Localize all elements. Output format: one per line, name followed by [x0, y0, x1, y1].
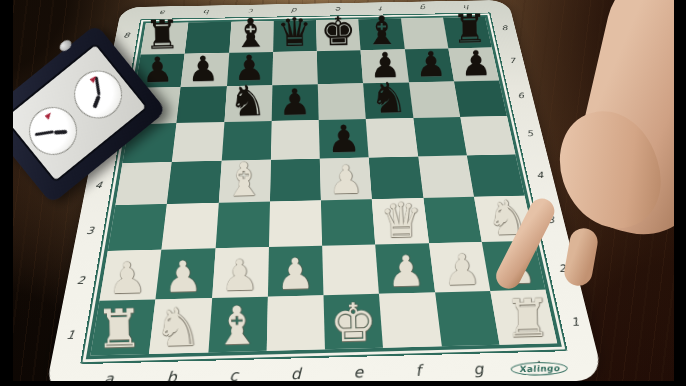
square-c8: ♝ [229, 21, 274, 53]
square-c6: ♞ [224, 85, 272, 122]
square-h8: ♜ [443, 17, 492, 49]
piece-white-knight: ♞ [154, 302, 202, 353]
piece-black-pawn: ♟ [187, 53, 219, 87]
square-f1 [379, 292, 441, 347]
square-c7: ♟ [227, 52, 273, 86]
rank-label-4: 4 [94, 180, 103, 190]
file-label-f: f [379, 5, 383, 12]
video-frame: abcdefgh 12345678 ♜♝♛♚♝♜♟♟♟♟♟♟♞♟♞♟♝♟♛♞♟♟… [0, 0, 686, 386]
square-b7: ♟ [181, 53, 229, 87]
piece-black-pawn: ♟ [278, 85, 311, 120]
piece-black-bishop: ♝ [232, 14, 268, 52]
file-label-d: d [292, 6, 298, 13]
clock-flag-icon [45, 111, 54, 120]
piece-white-pawn: ♟ [328, 162, 364, 200]
square-b1: ♞ [149, 298, 212, 354]
square-g3 [423, 197, 482, 243]
square-a2: ♟ [99, 250, 161, 301]
square-a3 [108, 204, 167, 251]
square-e3 [321, 199, 376, 246]
square-g6 [409, 81, 460, 118]
rank-label-2: 2 [76, 274, 86, 286]
square-b2: ♟ [156, 248, 216, 299]
clock-dial-left [19, 97, 87, 165]
square-b8 [185, 22, 231, 54]
square-g7: ♟ [405, 48, 454, 82]
piece-black-knight: ♞ [228, 80, 267, 121]
piece-white-rook: ♜ [95, 303, 143, 354]
square-e8: ♚ [316, 19, 361, 51]
square-c5 [221, 121, 271, 161]
square-g2: ♟ [429, 242, 491, 292]
piece-black-pawn: ♟ [233, 52, 265, 86]
square-a8: ♜ [141, 23, 189, 55]
square-b6 [177, 86, 227, 123]
piece-white-king: ♚ [330, 297, 378, 348]
square-e5: ♟ [319, 119, 369, 159]
rank-label-8: 8 [123, 31, 130, 39]
square-f5 [366, 118, 418, 158]
piece-white-pawn: ♟ [108, 258, 147, 300]
square-e1: ♚ [323, 294, 383, 350]
board-grid: ♜♝♛♚♝♜♟♟♟♟♟♟♞♟♞♟♝♟♛♞♟♟♟♟♟♟♟♜♞♝♚♜ [90, 17, 557, 356]
square-f7: ♟ [361, 49, 409, 83]
piece-white-pawn: ♟ [164, 257, 203, 298]
square-c3 [215, 202, 270, 249]
file-label-e: e [353, 363, 364, 381]
letterbox-bottom [0, 381, 686, 386]
square-c2: ♟ [212, 247, 269, 298]
file-label-d: d [291, 364, 301, 382]
square-f6: ♞ [363, 82, 413, 119]
file-label-a: a [160, 9, 167, 16]
piece-white-pawn: ♟ [387, 252, 426, 293]
square-f8: ♝ [358, 18, 404, 50]
square-c1: ♝ [208, 297, 268, 353]
piece-black-knight: ♞ [370, 77, 409, 118]
square-e7 [317, 50, 363, 84]
file-label-h: h [464, 3, 471, 10]
pointing-hand [511, 0, 686, 330]
square-c4: ♝ [218, 160, 270, 203]
piece-white-bishop: ♝ [223, 157, 265, 202]
rank-label-3: 3 [86, 225, 95, 236]
piece-white-queen: ♛ [380, 197, 424, 243]
square-a4 [115, 162, 172, 205]
square-d4 [270, 159, 321, 202]
square-g5 [413, 117, 467, 156]
square-e6 [318, 83, 366, 120]
square-h7: ♟ [448, 48, 499, 82]
piece-white-bishop: ♝ [213, 300, 261, 351]
piece-black-rook: ♜ [452, 10, 488, 48]
file-label-g: g [420, 4, 427, 11]
square-f2: ♟ [375, 243, 434, 294]
piece-white-pawn: ♟ [442, 250, 481, 291]
rank-label-8: 8 [501, 24, 509, 31]
file-label-e: e [336, 6, 342, 13]
square-e2 [322, 244, 379, 295]
piece-black-queen: ♛ [276, 13, 312, 51]
square-d8: ♛ [273, 20, 317, 52]
square-e4: ♟ [320, 158, 372, 201]
rank-label-1: 1 [65, 328, 75, 342]
square-g8 [401, 18, 449, 50]
piece-black-king: ♚ [320, 12, 356, 50]
square-f3: ♛ [372, 198, 429, 244]
file-label-c: c [248, 7, 253, 14]
bent-finger [562, 226, 600, 288]
square-h5 [460, 116, 515, 155]
square-d2: ♟ [268, 246, 324, 297]
square-h6 [454, 81, 507, 117]
file-label-b: b [204, 8, 210, 15]
piece-black-pawn: ♟ [327, 122, 361, 158]
brand-logo: Xalingo [510, 361, 569, 376]
piece-white-pawn: ♟ [220, 256, 259, 297]
square-f4 [369, 156, 423, 199]
letterbox-left [0, 0, 13, 386]
square-d1 [267, 295, 325, 351]
piece-black-pawn: ♟ [370, 49, 402, 83]
piece-black-pawn: ♟ [460, 47, 492, 80]
square-a1: ♜ [90, 299, 155, 355]
piece-black-rook: ♜ [144, 16, 180, 54]
square-d7 [272, 51, 318, 85]
square-g4 [418, 155, 474, 198]
square-d5 [271, 120, 320, 160]
square-d6: ♟ [271, 84, 318, 121]
piece-black-pawn: ♟ [142, 54, 174, 88]
letterbox-right [674, 0, 686, 386]
file-label-f: f [414, 361, 421, 379]
clock-dial-right [64, 61, 132, 129]
piece-white-pawn: ♟ [276, 254, 315, 295]
piece-black-bishop: ♝ [364, 12, 400, 50]
square-d3 [269, 200, 322, 247]
square-b5 [172, 122, 224, 162]
file-label-g: g [472, 359, 485, 377]
square-b3 [162, 203, 219, 250]
square-b4 [167, 161, 221, 204]
piece-black-pawn: ♟ [415, 48, 447, 82]
board-frame: ♜♝♛♚♝♜♟♟♟♟♟♟♞♟♞♟♝♟♛♞♟♟♟♟♟♟♟♜♞♝♚♜ [80, 12, 568, 364]
square-g1 [435, 291, 500, 346]
